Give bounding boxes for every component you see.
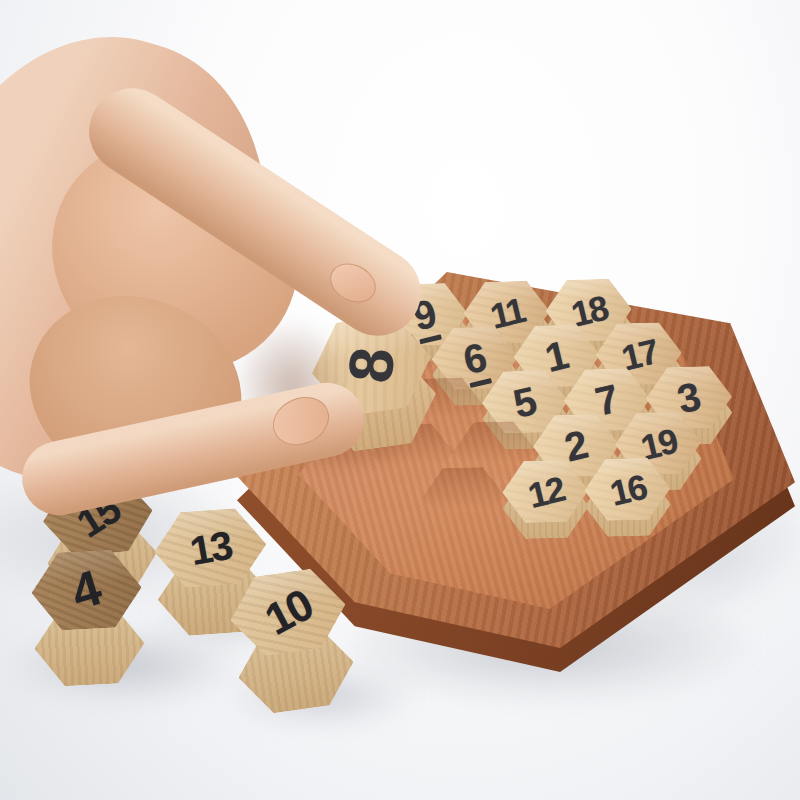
- tray-piece-4[interactable]: 4: [30, 548, 147, 688]
- piece-16-number: 16: [606, 468, 648, 510]
- piece-12-number: 12: [524, 470, 566, 512]
- cell-r5c3: 16: [586, 466, 669, 513]
- hand-folded-finger: [11, 95, 340, 415]
- tray-piece-4-top: 4: [30, 548, 144, 632]
- tray-piece-4-number: 4: [66, 562, 107, 618]
- held-piece-8[interactable]: 8: [305, 310, 442, 457]
- tray-piece-13-number: 13: [187, 525, 234, 571]
- scene: 9 11 18 6 1: [0, 0, 800, 800]
- tray-piece-10-number: 10: [258, 582, 318, 642]
- piece-12[interactable]: 12: [502, 459, 590, 539]
- cell-r5c2: 12: [504, 468, 587, 515]
- tray-piece-10[interactable]: 10: [225, 565, 359, 718]
- piece-16[interactable]: 16: [583, 457, 671, 537]
- tray-piece-15-number: 15: [70, 488, 126, 543]
- cell-r5c1-vacant[interactable]: [422, 471, 505, 518]
- held-piece-8-number: 8: [339, 345, 404, 386]
